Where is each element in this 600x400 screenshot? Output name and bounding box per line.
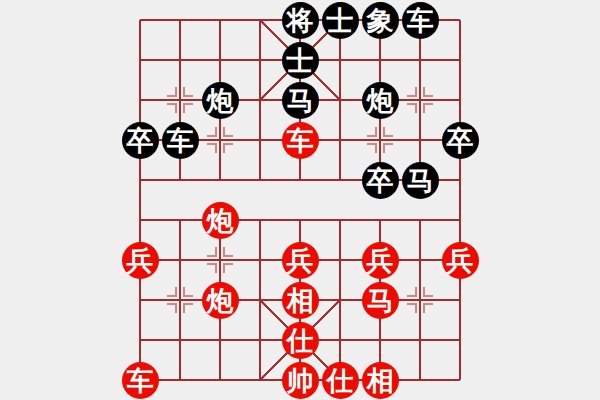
black-soldier[interactable]: 卒	[442, 122, 479, 159]
board-point: 仕	[320, 360, 360, 400]
red-soldier[interactable]: 兵	[122, 242, 159, 279]
red-advisor[interactable]: 仕	[282, 322, 319, 359]
black-cannon[interactable]: 炮	[362, 82, 399, 119]
black-chariot[interactable]: 车	[162, 122, 199, 159]
board-point: 卒	[360, 160, 400, 200]
black-cannon[interactable]: 炮	[202, 82, 239, 119]
red-advisor[interactable]: 仕	[322, 362, 359, 399]
board-point: 车	[400, 0, 440, 40]
black-soldier[interactable]: 卒	[362, 162, 399, 199]
board-point: 相	[280, 280, 320, 320]
black-chariot[interactable]: 车	[402, 2, 439, 39]
board-point: 将	[280, 0, 320, 40]
board-point: 炮	[360, 80, 400, 120]
red-chariot[interactable]: 车	[122, 362, 159, 399]
board-point: 兵	[440, 240, 480, 280]
board-point: 炮	[200, 280, 240, 320]
board-point: 兵	[120, 240, 160, 280]
red-chariot[interactable]: 车	[282, 122, 319, 159]
red-cannon[interactable]: 炮	[202, 202, 239, 239]
board-point: 士	[280, 40, 320, 80]
board-point: 仕	[280, 320, 320, 360]
board-point: 兵	[280, 240, 320, 280]
red-soldier[interactable]: 兵	[282, 242, 319, 279]
xiangqi-board: 将士象车士炮马炮卒车车卒卒马炮兵兵兵兵炮相马仕车帅仕相	[120, 0, 480, 400]
red-general[interactable]: 帅	[282, 362, 319, 399]
board-point: 马	[280, 80, 320, 120]
board-point: 相	[360, 360, 400, 400]
black-advisor[interactable]: 士	[282, 42, 319, 79]
board-point: 炮	[200, 80, 240, 120]
red-horse[interactable]: 马	[362, 282, 399, 319]
board-point: 士	[320, 0, 360, 40]
red-elephant[interactable]: 相	[282, 282, 319, 319]
xiangqi-screenshot: 将士象车士炮马炮卒车车卒卒马炮兵兵兵兵炮相马仕车帅仕相	[0, 0, 600, 400]
board-point: 车	[160, 120, 200, 160]
black-horse[interactable]: 马	[402, 162, 439, 199]
black-general[interactable]: 将	[282, 2, 319, 39]
black-advisor[interactable]: 士	[322, 2, 359, 39]
black-soldier[interactable]: 卒	[122, 122, 159, 159]
red-soldier[interactable]: 兵	[442, 242, 479, 279]
black-horse[interactable]: 马	[282, 82, 319, 119]
board-point: 帅	[280, 360, 320, 400]
red-elephant[interactable]: 相	[362, 362, 399, 399]
board-point: 卒	[120, 120, 160, 160]
board-point: 炮	[200, 200, 240, 240]
board-point: 车	[120, 360, 160, 400]
board-point: 象	[360, 0, 400, 40]
board-point: 兵	[360, 240, 400, 280]
board-point: 马	[400, 160, 440, 200]
board-point: 卒	[440, 120, 480, 160]
red-cannon[interactable]: 炮	[202, 282, 239, 319]
red-soldier[interactable]: 兵	[362, 242, 399, 279]
board-point: 马	[360, 280, 400, 320]
black-elephant[interactable]: 象	[362, 2, 399, 39]
board-point: 车	[280, 120, 320, 160]
